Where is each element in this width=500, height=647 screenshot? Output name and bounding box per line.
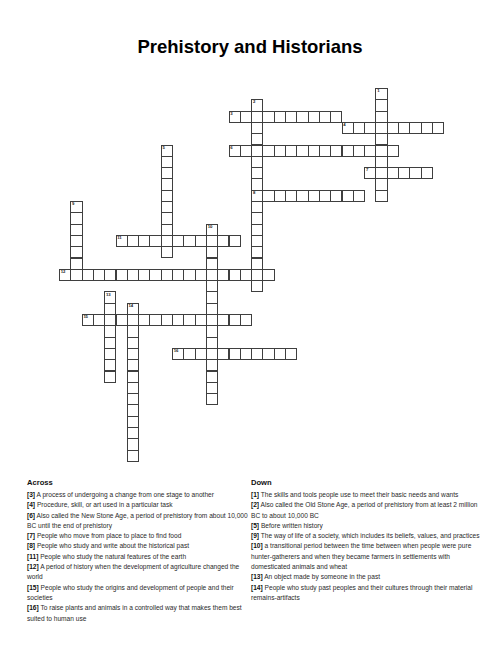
clue-across-8: [8] People who study and write about the… [27,541,254,551]
clue-down-9: [9] The way of life of a society, which … [251,531,480,541]
clue-across-6: [6] Also called the New Stone Age, a per… [27,511,254,532]
clue-across-12: [12] A period of history when the develo… [27,562,254,583]
clue-text: People who study the natural features of… [40,553,186,560]
grid-cell[interactable] [375,190,387,202]
grid-cell[interactable] [285,348,297,360]
clue-number: 1 [377,89,379,94]
clue-number: 9 [72,202,74,207]
grid-cell[interactable] [127,450,139,462]
across-clues-section: Across [3] A process of undergoing a cha… [27,478,254,624]
clue-down-10: [10] a transitional period between the t… [251,541,480,572]
clue-number-label: [9] [251,532,259,539]
clue-number-label: [10] [251,542,263,549]
clue-number: 6 [230,146,232,151]
clue-number-label: [1] [251,491,259,498]
clue-text: Before written history [261,522,323,529]
grid-cell[interactable] [104,371,116,383]
clue-number-label: [14] [251,584,263,591]
clue-text: To raise plants and animals in a control… [27,604,242,621]
clue-down-14: [14] People who study past peoples and t… [251,583,480,604]
clue-number-label: [6] [27,512,35,519]
grid-cell[interactable] [353,190,365,202]
clue-number-label: [7] [27,532,35,539]
clue-number: 3 [230,112,232,117]
clue-number: 12 [61,270,65,275]
clue-down-1: [1] The skills and tools people use to m… [251,490,480,500]
grid-cell[interactable] [387,145,399,157]
grid-cell[interactable] [432,122,444,134]
clue-text: The skills and tools people use to meet … [261,491,459,498]
clue-number: 4 [343,123,345,128]
grid-cell[interactable] [229,235,241,247]
clue-down-13: [13] An object made by someone in the pa… [251,572,480,582]
clue-number: 14 [129,304,133,309]
clue-across-3: [3] A process of undergoing a change fro… [27,490,254,500]
clue-number-label: [13] [251,573,263,580]
across-header: Across [27,478,254,487]
clue-number-label: [5] [251,522,259,529]
clue-text: Procedure, skill, or art used in a parti… [37,501,173,508]
clue-text: Also called the New Stone Age, a period … [27,512,248,529]
crossword-grid: 12345678910111213141516 [59,88,445,462]
clue-text: People who move from place to place to f… [37,532,181,539]
clue-text: A period of history when the development… [27,563,239,580]
grid-cell[interactable] [161,246,173,258]
clue-down-5: [5] Before written history [251,521,480,531]
grid-cell[interactable] [206,393,218,405]
clue-number: 2 [253,100,255,105]
clue-number: 11 [117,236,121,241]
clue-across-7: [7] People who move from place to place … [27,531,254,541]
clue-number-label: [4] [27,501,35,508]
clue-number-label: [16] [27,604,39,611]
clue-number: 5 [162,146,164,151]
clue-number: 16 [174,349,178,354]
clue-across-16: [16] To raise plants and animals in a co… [27,603,254,624]
clue-text: People who study the origins and develop… [27,584,234,601]
grid-cell[interactable] [240,314,252,326]
clue-down-2: [2] Also called the Old Stone Age, a per… [251,500,480,521]
clue-across-11: [11] People who study the natural featur… [27,552,254,562]
clue-number-label: [12] [27,563,39,570]
clue-number: 8 [253,191,255,196]
clue-number: 10 [208,225,212,230]
down-clues-section: Down [1] The skills and tools people use… [251,478,480,603]
clue-number: 13 [106,293,110,298]
crossword-page: Prehistory and Historians 12345678910111… [0,0,500,647]
clue-number: 15 [83,315,87,320]
down-header: Down [251,478,480,487]
clue-text: An object made by someone in the past [264,573,380,580]
clue-text: The way of life of a society, which incl… [261,532,480,539]
clue-text: People who study and write about the his… [37,542,189,549]
grid-cell[interactable] [251,280,263,292]
clue-across-4: [4] Procedure, skill, or art used in a p… [27,500,254,510]
clue-across-15: [15] People who study the origins and de… [27,583,254,604]
clue-number-label: [11] [27,553,38,560]
grid-cell[interactable] [421,167,433,179]
clue-number-label: [3] [27,491,35,498]
clue-text: a transitional period between the time b… [251,542,471,570]
puzzle-title: Prehistory and Historians [0,36,500,58]
clue-text: Also called the Old Stone Age, a period … [251,501,478,518]
clue-number-label: [15] [27,584,39,591]
clue-number-label: [8] [27,542,35,549]
clue-text: People who study past peoples and their … [251,584,472,601]
clue-number-label: [2] [251,501,259,508]
grid-cell[interactable] [262,269,274,281]
clue-text: A process of undergoing a change from on… [37,491,214,498]
clue-number: 7 [366,168,368,173]
